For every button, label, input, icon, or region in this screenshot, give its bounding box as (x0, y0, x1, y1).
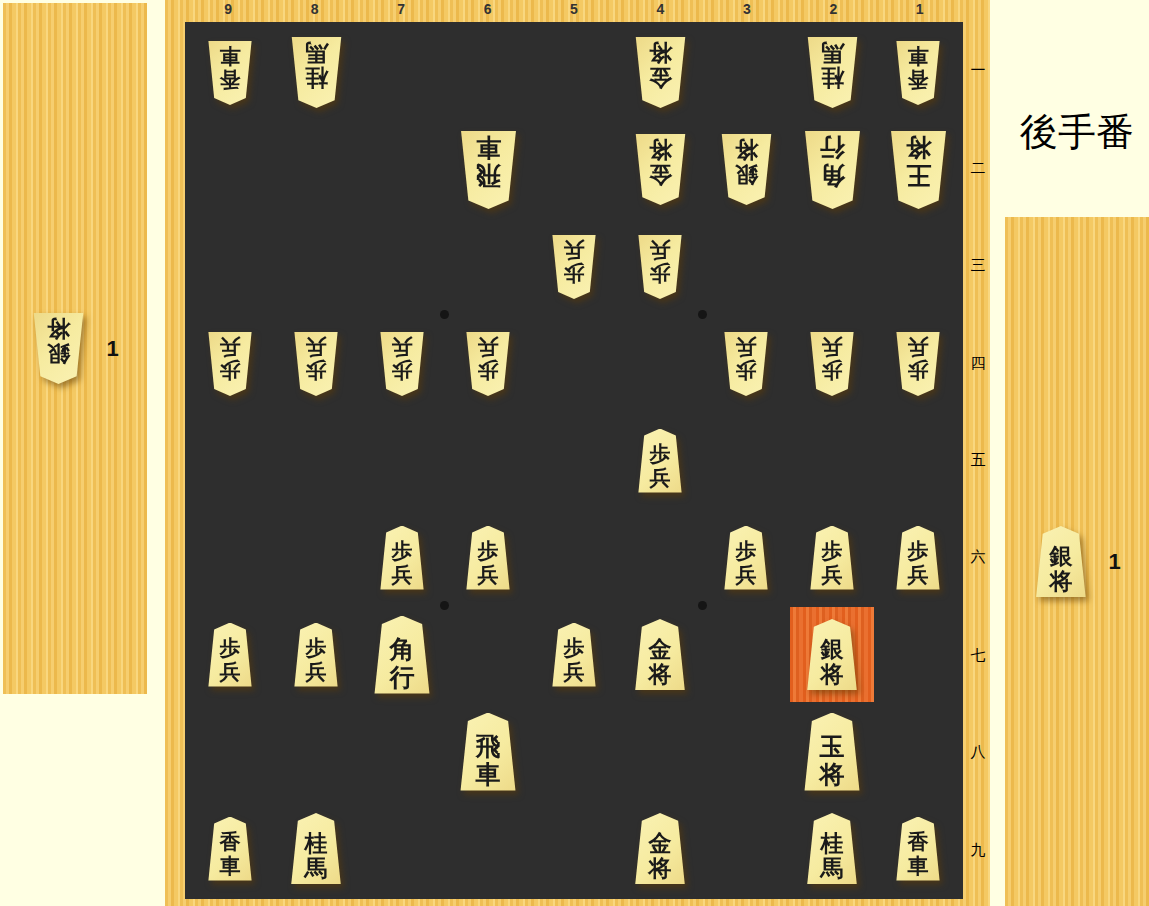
square-6-3[interactable] (446, 219, 530, 314)
file-label-5: 5 (531, 1, 617, 19)
square-7-5[interactable] (360, 413, 444, 508)
piece-sente-king[interactable]: 玉将 (802, 713, 863, 791)
rank-label-1: 一 (965, 22, 991, 119)
piece-sente-pawn[interactable]: 歩兵 (464, 526, 512, 590)
square-4-3[interactable]: 歩兵 (618, 219, 702, 314)
square-4-9[interactable]: 金将 (618, 801, 702, 896)
piece-sente-pawn[interactable]: 歩兵 (292, 623, 340, 687)
file-label-7: 7 (358, 1, 444, 19)
file-label-4: 4 (617, 1, 703, 19)
piece-gote-lance[interactable]: 香車 (894, 41, 942, 105)
square-8-6[interactable] (274, 510, 358, 605)
piece-gote-king[interactable]: 王将 (888, 131, 949, 209)
square-3-3[interactable] (704, 219, 788, 314)
square-6-2[interactable]: 飛車 (446, 122, 530, 217)
square-5-9[interactable] (532, 801, 616, 896)
square-2-7[interactable]: 銀将 (790, 607, 874, 702)
square-3-4[interactable]: 歩兵 (704, 316, 788, 411)
gote-hand-tray: 銀将1 (3, 3, 147, 694)
piece-sente-pawn[interactable]: 歩兵 (550, 623, 598, 687)
file-label-9: 9 (185, 1, 271, 19)
piece-gote-pawn[interactable]: 歩兵 (292, 332, 340, 396)
square-5-7[interactable]: 歩兵 (532, 607, 616, 702)
square-6-1[interactable] (446, 25, 530, 120)
square-9-8[interactable] (188, 704, 272, 799)
piece-gote-pawn[interactable]: 歩兵 (636, 235, 684, 299)
square-4-5[interactable]: 歩兵 (618, 413, 702, 508)
piece-sente-pawn[interactable]: 歩兵 (894, 526, 942, 590)
piece-gote-pawn[interactable]: 歩兵 (808, 332, 856, 396)
piece-sente-bishop[interactable]: 角行 (372, 616, 433, 694)
square-7-3[interactable] (360, 219, 444, 314)
square-2-3[interactable] (790, 219, 874, 314)
square-3-9[interactable] (704, 801, 788, 896)
file-label-8: 8 (271, 1, 357, 19)
square-9-2[interactable] (188, 122, 272, 217)
piece-sente-silver[interactable]: 銀将 (805, 619, 860, 690)
shogi-board: 987654321 香車桂馬金将桂馬香車飛車金将銀将角行王将歩兵歩兵歩兵歩兵歩兵… (165, 0, 990, 906)
square-6-9[interactable] (446, 801, 530, 896)
piece-gote-bishop[interactable]: 角行 (802, 131, 863, 209)
piece-sente-lance[interactable]: 香車 (206, 817, 254, 881)
square-4-7[interactable]: 金将 (618, 607, 702, 702)
piece-gote-rook[interactable]: 飛車 (458, 131, 519, 209)
piece-gote-gold[interactable]: 金将 (633, 134, 688, 205)
square-5-6[interactable] (532, 510, 616, 605)
file-labels: 987654321 (185, 1, 963, 19)
piece-sente-knight[interactable]: 桂馬 (289, 813, 344, 884)
square-9-4[interactable]: 歩兵 (188, 316, 272, 411)
turn-indicator: 後手番 (1005, 107, 1149, 158)
file-label-1: 1 (877, 1, 963, 19)
square-1-3[interactable] (876, 219, 960, 314)
rank-label-7: 七 (965, 607, 991, 704)
square-3-8[interactable] (704, 704, 788, 799)
square-5-3[interactable]: 歩兵 (532, 219, 616, 314)
piece-sente-pawn[interactable]: 歩兵 (206, 623, 254, 687)
square-4-4[interactable] (618, 316, 702, 411)
square-8-9[interactable]: 桂馬 (274, 801, 358, 896)
square-6-7[interactable] (446, 607, 530, 702)
piece-gote-lance[interactable]: 香車 (206, 41, 254, 105)
square-9-6[interactable] (188, 510, 272, 605)
square-8-4[interactable]: 歩兵 (274, 316, 358, 411)
rank-label-4: 四 (965, 314, 991, 411)
rank-labels: 一二三四五六七八九 (965, 22, 991, 899)
piece-gote-knight[interactable]: 桂馬 (805, 37, 860, 108)
square-4-6[interactable] (618, 510, 702, 605)
square-2-8[interactable]: 玉将 (790, 704, 874, 799)
piece-sente-pawn[interactable]: 歩兵 (722, 526, 770, 590)
square-9-7[interactable]: 歩兵 (188, 607, 272, 702)
square-4-2[interactable]: 金将 (618, 122, 702, 217)
square-5-4[interactable] (532, 316, 616, 411)
file-label-2: 2 (790, 1, 876, 19)
square-7-6[interactable]: 歩兵 (360, 510, 444, 605)
square-2-9[interactable]: 桂馬 (790, 801, 874, 896)
square-1-4[interactable]: 歩兵 (876, 316, 960, 411)
square-3-6[interactable]: 歩兵 (704, 510, 788, 605)
board-grid: 香車桂馬金将桂馬香車飛車金将銀将角行王将歩兵歩兵歩兵歩兵歩兵歩兵歩兵歩兵歩兵歩兵… (185, 22, 963, 899)
square-9-5[interactable] (188, 413, 272, 508)
square-8-8[interactable] (274, 704, 358, 799)
square-8-1[interactable]: 桂馬 (274, 25, 358, 120)
square-9-3[interactable] (188, 219, 272, 314)
file-label-3: 3 (704, 1, 790, 19)
square-3-1[interactable] (704, 25, 788, 120)
square-1-1[interactable]: 香車 (876, 25, 960, 120)
piece-sente-rook[interactable]: 飛車 (458, 713, 519, 791)
rank-label-5: 五 (965, 412, 991, 509)
square-6-8[interactable]: 飛車 (446, 704, 530, 799)
square-1-2[interactable]: 王将 (876, 122, 960, 217)
square-8-2[interactable] (274, 122, 358, 217)
piece-gote-gold[interactable]: 金将 (633, 37, 688, 108)
hand-count: 1 (1108, 549, 1120, 575)
square-1-9[interactable]: 香車 (876, 801, 960, 896)
square-2-5[interactable] (790, 413, 874, 508)
rank-label-2: 二 (965, 119, 991, 216)
piece-gote-pawn[interactable]: 歩兵 (206, 332, 254, 396)
piece-gote-pawn[interactable]: 歩兵 (378, 332, 426, 396)
piece-sente-pawn[interactable]: 歩兵 (378, 526, 426, 590)
rank-label-9: 九 (965, 802, 991, 899)
square-7-2[interactable] (360, 122, 444, 217)
sente-hand-tray: 銀将1 (1005, 217, 1149, 906)
square-7-7[interactable]: 角行 (360, 607, 444, 702)
square-4-1[interactable]: 金将 (618, 25, 702, 120)
square-2-6[interactable]: 歩兵 (790, 510, 874, 605)
square-8-7[interactable]: 歩兵 (274, 607, 358, 702)
square-1-5[interactable] (876, 413, 960, 508)
square-9-9[interactable]: 香車 (188, 801, 272, 896)
square-9-1[interactable]: 香車 (188, 25, 272, 120)
square-6-6[interactable]: 歩兵 (446, 510, 530, 605)
square-5-8[interactable] (532, 704, 616, 799)
square-3-5[interactable] (704, 413, 788, 508)
piece-sente-gold[interactable]: 金将 (633, 619, 688, 690)
piece-gote-pawn[interactable]: 歩兵 (722, 332, 770, 396)
piece-sente-pawn[interactable]: 歩兵 (636, 429, 684, 493)
piece-gote-pawn[interactable]: 歩兵 (464, 332, 512, 396)
piece-gote-pawn[interactable]: 歩兵 (894, 332, 942, 396)
rank-label-3: 三 (965, 217, 991, 314)
piece-gote-pawn[interactable]: 歩兵 (550, 235, 598, 299)
square-8-3[interactable] (274, 219, 358, 314)
square-1-8[interactable] (876, 704, 960, 799)
piece-gote-silver[interactable]: 銀将 (719, 134, 774, 205)
square-2-4[interactable]: 歩兵 (790, 316, 874, 411)
file-label-6: 6 (444, 1, 530, 19)
square-5-2[interactable] (532, 122, 616, 217)
square-2-1[interactable]: 桂馬 (790, 25, 874, 120)
square-3-7[interactable] (704, 607, 788, 702)
square-3-2[interactable]: 銀将 (704, 122, 788, 217)
square-6-4[interactable]: 歩兵 (446, 316, 530, 411)
square-6-5[interactable] (446, 413, 530, 508)
square-8-5[interactable] (274, 413, 358, 508)
rank-label-8: 八 (965, 704, 991, 801)
hand-count: 1 (106, 336, 118, 362)
rank-label-6: 六 (965, 509, 991, 606)
square-2-2[interactable]: 角行 (790, 122, 874, 217)
piece-gote-silver[interactable]: 銀将 (31, 313, 86, 384)
square-7-8[interactable] (360, 704, 444, 799)
square-5-5[interactable] (532, 413, 616, 508)
square-4-8[interactable] (618, 704, 702, 799)
piece-sente-knight[interactable]: 桂馬 (805, 813, 860, 884)
square-5-1[interactable] (532, 25, 616, 120)
square-7-9[interactable] (360, 801, 444, 896)
piece-gote-knight[interactable]: 桂馬 (289, 37, 344, 108)
square-1-7[interactable] (876, 607, 960, 702)
square-7-4[interactable]: 歩兵 (360, 316, 444, 411)
piece-sente-gold[interactable]: 金将 (633, 813, 688, 884)
piece-sente-lance[interactable]: 香車 (894, 817, 942, 881)
square-1-6[interactable]: 歩兵 (876, 510, 960, 605)
square-7-1[interactable] (360, 25, 444, 120)
piece-sente-silver[interactable]: 銀将 (1033, 526, 1088, 597)
piece-sente-pawn[interactable]: 歩兵 (808, 526, 856, 590)
